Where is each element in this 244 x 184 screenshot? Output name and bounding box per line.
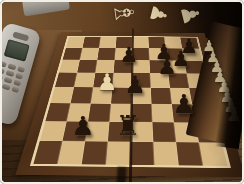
photo-scene: ♟♟♟♟♟♟♟♟♜♟ ♟♟♟♟♟♟♟♟ ♗♟♟ bbox=[2, 2, 242, 182]
lying-white-bishop: ♗ bbox=[110, 0, 139, 26]
lying-white-pawn-1: ♟ bbox=[146, 2, 171, 25]
chess-photo: ♟♟♟♟♟♟♟♟♜♟ ♟♟♟♟♟♟♟♟ ♗♟♟ bbox=[0, 0, 244, 184]
lying-pieces-layer: ♗♟♟ bbox=[2, 2, 242, 182]
lying-white-pawn-2: ♟ bbox=[176, 2, 203, 28]
